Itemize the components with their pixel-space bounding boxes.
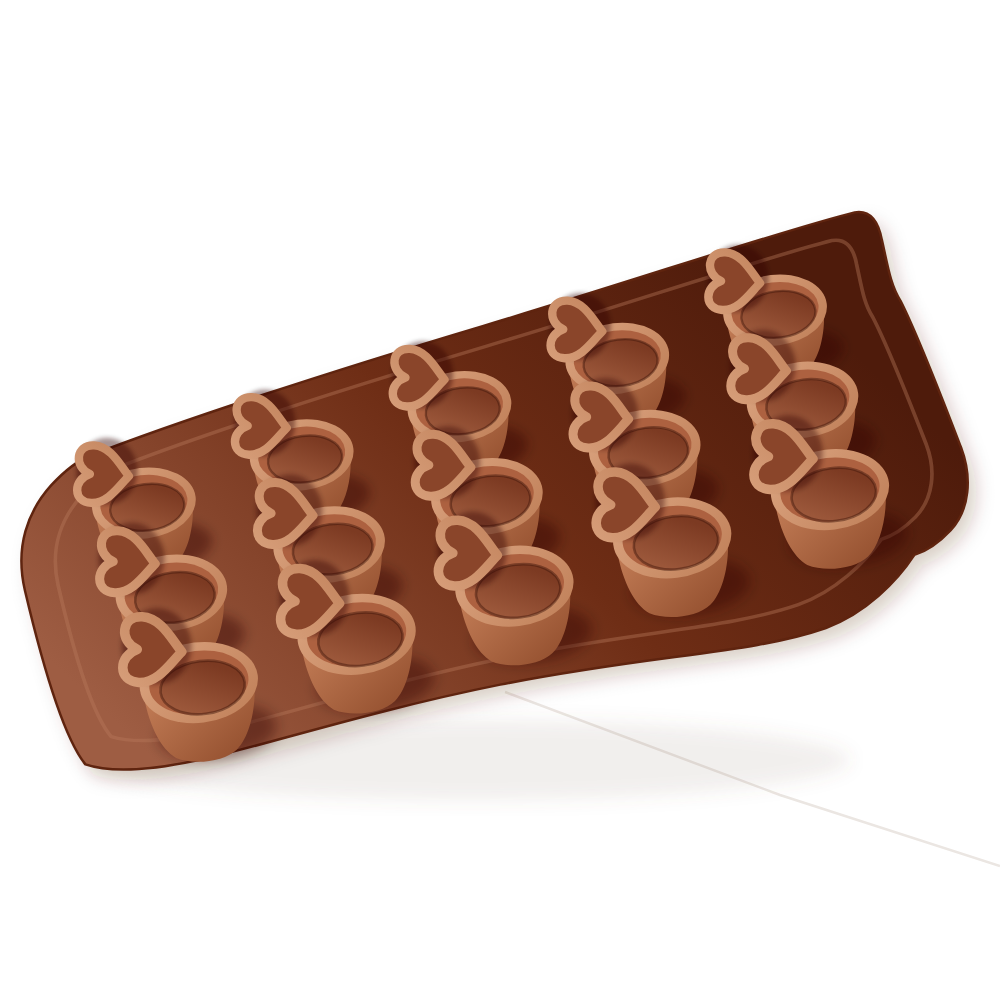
mold-scene <box>0 0 1000 1000</box>
mold-cavities <box>32 203 939 795</box>
product-photo <box>0 0 1000 1000</box>
